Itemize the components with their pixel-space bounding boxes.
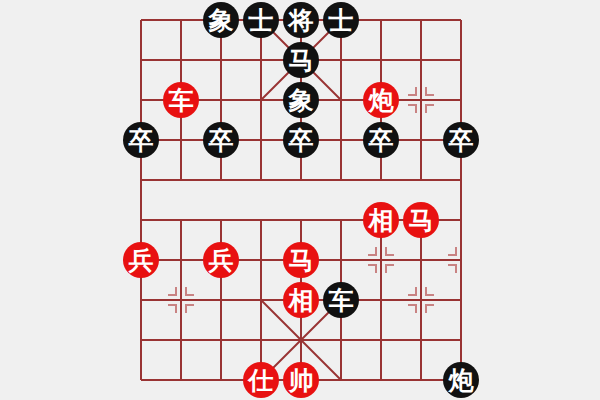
piece-red-chariot[interactable]: 车 xyxy=(163,82,199,118)
piece-black-elephant[interactable]: 象 xyxy=(203,2,239,38)
piece-black-soldier[interactable]: 卒 xyxy=(203,122,239,158)
piece-black-cannon[interactable]: 炮 xyxy=(443,362,479,398)
piece-black-soldier[interactable]: 卒 xyxy=(363,122,399,158)
piece-black-horse[interactable]: 马 xyxy=(283,42,319,78)
piece-red-advisor[interactable]: 仕 xyxy=(243,362,279,398)
piece-black-soldier[interactable]: 卒 xyxy=(123,122,159,158)
piece-black-soldier[interactable]: 卒 xyxy=(443,122,479,158)
piece-black-general[interactable]: 将 xyxy=(283,2,319,38)
piece-black-soldier[interactable]: 卒 xyxy=(283,122,319,158)
piece-red-soldier[interactable]: 兵 xyxy=(203,242,239,278)
piece-red-horse[interactable]: 马 xyxy=(403,202,439,238)
piece-red-elephant[interactable]: 相 xyxy=(363,202,399,238)
piece-red-elephant[interactable]: 相 xyxy=(283,282,319,318)
piece-red-cannon[interactable]: 炮 xyxy=(363,82,399,118)
piece-red-soldier[interactable]: 兵 xyxy=(123,242,159,278)
piece-red-horse[interactable]: 马 xyxy=(283,242,319,278)
xiangqi-board[interactable]: 象士将士马车象炮卒卒卒卒卒相马兵兵马相车仕帅炮 xyxy=(0,0,600,400)
piece-red-general[interactable]: 帅 xyxy=(283,362,319,398)
piece-black-elephant[interactable]: 象 xyxy=(283,82,319,118)
piece-black-chariot[interactable]: 车 xyxy=(323,282,359,318)
piece-black-advisor[interactable]: 士 xyxy=(243,2,279,38)
piece-black-advisor[interactable]: 士 xyxy=(323,2,359,38)
xiangqi-app: 象士将士马车象炮卒卒卒卒卒相马兵兵马相车仕帅炮 xyxy=(0,0,600,400)
